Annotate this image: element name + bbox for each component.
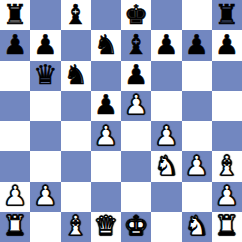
white-bishop-piece[interactable]: ♝ (64, 212, 88, 239)
black-pawn-piece[interactable]: ♟ (215, 31, 239, 58)
square-c6[interactable]: ♞ (61, 61, 91, 91)
square-h3[interactable]: ♝ (212, 151, 242, 181)
black-rook-piece[interactable]: ♜ (3, 1, 27, 28)
white-king-piece[interactable]: ♚ (124, 212, 148, 239)
white-bishop-piece[interactable]: ♝ (215, 152, 239, 179)
square-e1[interactable]: ♚ (121, 212, 151, 242)
square-f4[interactable]: ♟ (151, 121, 181, 151)
square-d7[interactable]: ♞ (91, 30, 121, 60)
square-c8[interactable]: ♝ (61, 0, 91, 30)
black-bishop-piece[interactable]: ♝ (124, 31, 148, 58)
black-pawn-piece[interactable]: ♟ (94, 91, 118, 118)
square-a6[interactable] (0, 61, 30, 91)
square-f3[interactable]: ♞ (151, 151, 181, 181)
square-g5[interactable] (182, 91, 212, 121)
square-a5[interactable] (0, 91, 30, 121)
square-c3[interactable] (61, 151, 91, 181)
square-a8[interactable]: ♜ (0, 0, 30, 30)
square-c2[interactable] (61, 182, 91, 212)
square-c4[interactable] (61, 121, 91, 151)
black-rook-piece[interactable]: ♜ (215, 1, 239, 28)
white-rook-piece[interactable]: ♜ (215, 212, 239, 239)
square-d1[interactable]: ♛ (91, 212, 121, 242)
white-knight-piece[interactable]: ♞ (185, 212, 209, 239)
square-h4[interactable] (212, 121, 242, 151)
square-a2[interactable]: ♟ (0, 182, 30, 212)
black-pawn-piece[interactable]: ♟ (3, 31, 27, 58)
square-g1[interactable]: ♞ (182, 212, 212, 242)
square-h5[interactable] (212, 91, 242, 121)
black-pawn-piece[interactable]: ♟ (124, 61, 148, 88)
white-pawn-piece[interactable]: ♟ (3, 182, 27, 209)
square-b8[interactable] (30, 0, 60, 30)
white-pawn-piece[interactable]: ♟ (94, 122, 118, 149)
square-c5[interactable] (61, 91, 91, 121)
square-h2[interactable]: ♟ (212, 182, 242, 212)
white-pawn-piece[interactable]: ♟ (33, 182, 57, 209)
square-e7[interactable]: ♝ (121, 30, 151, 60)
square-f1[interactable] (151, 212, 181, 242)
square-a4[interactable] (0, 121, 30, 151)
square-g2[interactable] (182, 182, 212, 212)
white-pawn-piece[interactable]: ♟ (185, 152, 209, 179)
square-e4[interactable] (121, 121, 151, 151)
square-c1[interactable]: ♝ (61, 212, 91, 242)
square-b5[interactable] (30, 91, 60, 121)
white-knight-piece[interactable]: ♞ (154, 152, 178, 179)
square-c7[interactable] (61, 30, 91, 60)
square-b7[interactable]: ♟ (30, 30, 60, 60)
square-h6[interactable] (212, 61, 242, 91)
square-d8[interactable] (91, 0, 121, 30)
square-h8[interactable]: ♜ (212, 0, 242, 30)
white-pawn-piece[interactable]: ♟ (215, 182, 239, 209)
square-g7[interactable]: ♟ (182, 30, 212, 60)
square-d5[interactable]: ♟ (91, 91, 121, 121)
black-queen-piece[interactable]: ♛ (33, 61, 57, 88)
square-g3[interactable]: ♟ (182, 151, 212, 181)
black-pawn-piece[interactable]: ♟ (154, 31, 178, 58)
black-pawn-piece[interactable]: ♟ (185, 31, 209, 58)
white-queen-piece[interactable]: ♛ (94, 212, 118, 239)
square-e6[interactable]: ♟ (121, 61, 151, 91)
black-king-piece[interactable]: ♚ (124, 1, 148, 28)
square-e5[interactable]: ♟ (121, 91, 151, 121)
square-f5[interactable] (151, 91, 181, 121)
square-d3[interactable] (91, 151, 121, 181)
white-pawn-piece[interactable]: ♟ (154, 122, 178, 149)
white-rook-piece[interactable]: ♜ (3, 212, 27, 239)
square-g4[interactable] (182, 121, 212, 151)
square-d6[interactable] (91, 61, 121, 91)
square-e8[interactable]: ♚ (121, 0, 151, 30)
square-b4[interactable] (30, 121, 60, 151)
square-f6[interactable] (151, 61, 181, 91)
square-h1[interactable]: ♜ (212, 212, 242, 242)
square-b3[interactable] (30, 151, 60, 181)
square-a1[interactable]: ♜ (0, 212, 30, 242)
square-g6[interactable] (182, 61, 212, 91)
black-pawn-piece[interactable]: ♟ (33, 31, 57, 58)
square-e2[interactable] (121, 182, 151, 212)
square-f7[interactable]: ♟ (151, 30, 181, 60)
square-b6[interactable]: ♛ (30, 61, 60, 91)
chess-board: ♜♝♚♜♟♟♞♝♟♟♟♛♞♟♟♟♟♟♞♟♝♟♟♟♜♝♛♚♞♜ (0, 0, 242, 242)
square-f8[interactable] (151, 0, 181, 30)
square-g8[interactable] (182, 0, 212, 30)
square-b1[interactable] (30, 212, 60, 242)
square-a7[interactable]: ♟ (0, 30, 30, 60)
square-h7[interactable]: ♟ (212, 30, 242, 60)
black-knight-piece[interactable]: ♞ (94, 31, 118, 58)
square-b2[interactable]: ♟ (30, 182, 60, 212)
square-a3[interactable] (0, 151, 30, 181)
square-f2[interactable] (151, 182, 181, 212)
black-bishop-piece[interactable]: ♝ (64, 1, 88, 28)
square-e3[interactable] (121, 151, 151, 181)
black-knight-piece[interactable]: ♞ (64, 61, 88, 88)
square-d4[interactable]: ♟ (91, 121, 121, 151)
square-d2[interactable] (91, 182, 121, 212)
white-pawn-piece[interactable]: ♟ (124, 91, 148, 118)
